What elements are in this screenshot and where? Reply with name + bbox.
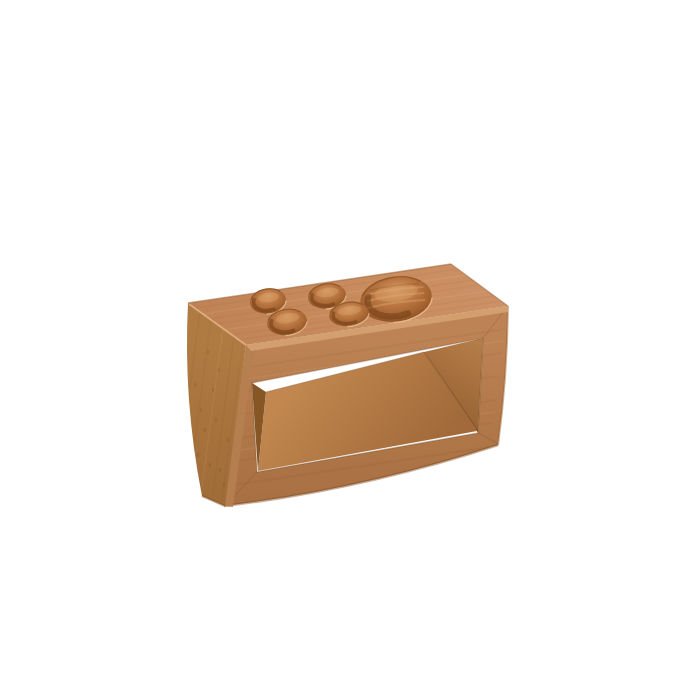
wooden-stand-illustration (0, 0, 700, 700)
product-photo: Wooden stand with drilled holes (0, 0, 700, 700)
